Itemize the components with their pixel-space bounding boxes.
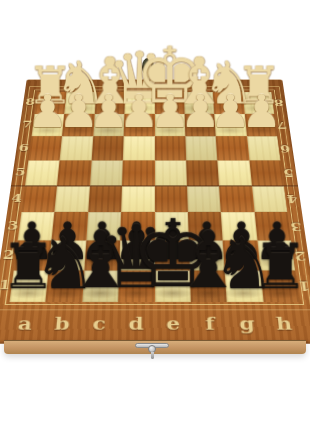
square-g5 (218, 161, 252, 186)
square-a6 (28, 137, 62, 161)
black-king-icon: ♚ (131, 215, 215, 294)
square-a7 (32, 114, 65, 137)
square-e5 (155, 161, 187, 186)
square-f7 (184, 114, 215, 137)
piece-shadow (82, 257, 121, 268)
piece-black-bishop-c1: ♝ (51, 169, 151, 293)
square-g7 (214, 114, 246, 137)
piece-shadow (260, 288, 301, 299)
black-pawn-icon: ♟ (219, 219, 265, 263)
square-a5 (25, 161, 60, 186)
black-pawn-icon: ♟ (184, 219, 230, 263)
piece-shadow (222, 257, 262, 268)
piece-shadow (8, 288, 49, 299)
piece-black-knight-b1: ♞ (15, 169, 115, 293)
piece-black-king-e1: ♚ (122, 169, 222, 293)
square-c7 (93, 114, 124, 137)
square-h6 (247, 137, 281, 161)
piece-shadow (12, 257, 52, 268)
black-pawn-icon: ♟ (114, 219, 160, 263)
square-h8 (242, 92, 274, 114)
piece-shadow (116, 288, 156, 299)
square-h5 (249, 161, 284, 186)
square-f8 (184, 92, 215, 114)
square-f5 (186, 161, 219, 186)
black-knight-icon: ♞ (213, 233, 277, 293)
square-d8 (125, 92, 155, 114)
square-c8 (95, 92, 126, 114)
piece-black-knight-g1: ♞ (194, 169, 294, 293)
black-queen-icon: ♛ (98, 220, 176, 294)
square-g8 (213, 92, 244, 114)
piece-black-rook-a1: ♜ (0, 169, 79, 293)
square-d6 (123, 137, 155, 161)
piece-shadow (188, 288, 229, 299)
piece-shadow (187, 257, 226, 268)
square-f6 (185, 137, 217, 161)
piece-shadow (47, 257, 87, 268)
square-b6 (60, 137, 93, 161)
black-pawn-icon: ♟ (149, 219, 195, 263)
metal-clasp-icon (135, 342, 169, 360)
piece-black-bishop-f1: ♝ (158, 169, 258, 293)
piece-shadow (117, 257, 156, 268)
square-d5 (122, 161, 154, 186)
chess-set-photo: 8877665544332211abcdefgh ♜♞♝♛♚♝♞♜♟♟♟♟♟♟♟… (0, 0, 310, 430)
black-pawn-icon: ♟ (79, 219, 125, 263)
square-e8 (155, 92, 185, 114)
square-c5 (90, 161, 123, 186)
piece-shadow (224, 288, 265, 299)
square-c6 (91, 137, 123, 161)
square-h7 (244, 114, 277, 137)
piece-shadow (80, 288, 121, 299)
piece-black-queen-d1: ♛ (87, 169, 187, 293)
square-g6 (216, 137, 249, 161)
square-b8 (65, 92, 96, 114)
black-bishop-icon: ♝ (66, 228, 136, 294)
square-b5 (57, 161, 91, 186)
piece-shadow (257, 257, 297, 268)
chess-board: 8877665544332211abcdefgh ♜♞♝♛♚♝♞♜♟♟♟♟♟♟♟… (0, 79, 310, 343)
square-a8 (35, 92, 67, 114)
square-e7 (155, 114, 186, 137)
square-b7 (62, 114, 94, 137)
black-rook-icon: ♜ (1, 241, 57, 294)
black-pawn-icon: ♟ (44, 219, 90, 263)
black-pawn-icon: ♟ (254, 219, 300, 263)
square-e6 (155, 137, 187, 161)
piece-shadow (44, 288, 85, 299)
piece-black-rook-h1: ♜ (230, 169, 310, 293)
black-bishop-icon: ♝ (174, 228, 244, 294)
square-d7 (124, 114, 155, 137)
hinge-knob-icon (142, 58, 154, 75)
piece-shadow (153, 257, 192, 268)
black-pawn-icon: ♟ (9, 219, 55, 263)
piece-shadow (152, 288, 192, 299)
black-rook-icon: ♜ (253, 241, 309, 294)
black-knight-icon: ♞ (33, 233, 97, 293)
